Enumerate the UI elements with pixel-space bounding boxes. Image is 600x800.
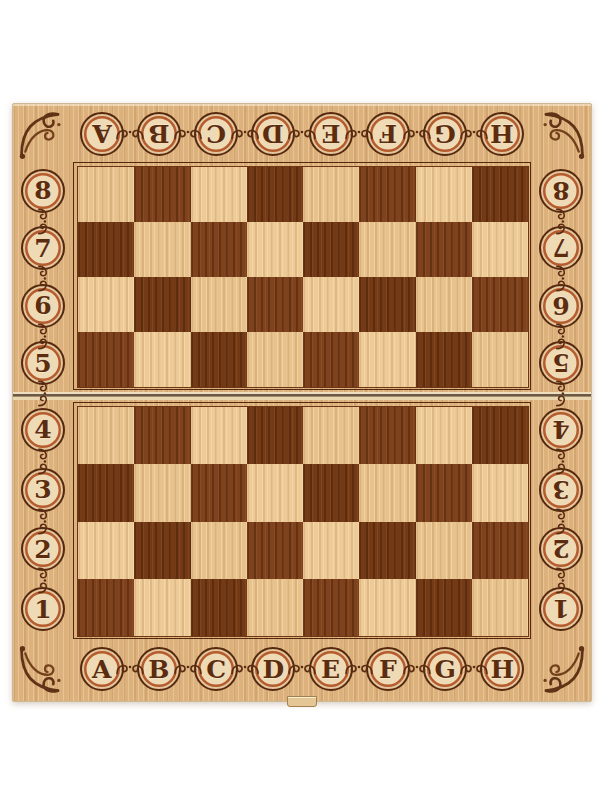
square-c2	[191, 522, 247, 579]
square-f8	[359, 167, 415, 222]
rank-labels-right-top: 8765	[531, 162, 591, 392]
square-d4	[247, 407, 303, 464]
square-e7	[303, 222, 359, 277]
rank-label-right-8-cell: 8	[531, 162, 591, 220]
square-g7	[416, 222, 472, 277]
rank-label-left-4-cell: 4	[13, 400, 73, 460]
squares-grid-bottom	[77, 406, 529, 637]
corner-flourish-icon	[14, 644, 72, 700]
file-labels-top: ABCDEFGH	[73, 107, 531, 161]
square-d8	[247, 167, 303, 222]
square-a7	[78, 222, 134, 277]
square-c7	[191, 222, 247, 277]
square-b1	[134, 579, 190, 636]
scroll-flourish-icon	[402, 660, 432, 678]
square-g6	[416, 277, 472, 332]
board-top-half: ABCDEFGH 8765 8765	[13, 104, 591, 392]
scroll-flourish-icon	[553, 207, 570, 235]
squares-grid-top	[77, 166, 529, 388]
scroll-flourish-icon	[344, 125, 374, 143]
square-a3	[78, 464, 134, 521]
rank-labels-left-bottom: 4321	[13, 400, 73, 639]
square-h5	[472, 332, 528, 387]
scroll-flourish-icon	[35, 322, 52, 350]
square-b8	[134, 167, 190, 222]
scroll-flourish-icon	[553, 265, 570, 293]
square-e3	[303, 464, 359, 521]
square-h3	[472, 464, 528, 521]
square-g5	[416, 332, 472, 387]
scroll-flourish-icon	[459, 125, 489, 143]
square-a4	[78, 407, 134, 464]
square-e6	[303, 277, 359, 332]
square-e4	[303, 407, 359, 464]
square-h7	[472, 222, 528, 277]
square-b7	[134, 222, 190, 277]
product-photo-stage: ABCDEFGH 8765 8765 ABCDEFGH 4321 4321	[0, 0, 600, 800]
board-bottom-half: ABCDEFGH 4321 4321	[13, 400, 591, 701]
folding-chess-board: ABCDEFGH 8765 8765 ABCDEFGH 4321 4321	[12, 103, 592, 702]
scroll-flourish-icon	[459, 660, 489, 678]
rank-label-left-8: 8	[21, 169, 65, 213]
square-a1	[78, 579, 134, 636]
square-c6	[191, 277, 247, 332]
scroll-flourish-icon	[553, 380, 570, 408]
rank-label-right-8: 8	[539, 169, 583, 213]
scroll-flourish-icon	[402, 125, 432, 143]
square-h2	[472, 522, 528, 579]
square-b6	[134, 277, 190, 332]
square-b5	[134, 332, 190, 387]
square-f2	[359, 522, 415, 579]
square-g3	[416, 464, 472, 521]
scroll-flourish-icon	[553, 567, 570, 595]
scroll-flourish-icon	[115, 125, 145, 143]
square-d7	[247, 222, 303, 277]
rank-label-left-8-cell: 8	[13, 162, 73, 220]
scroll-flourish-icon	[287, 660, 317, 678]
square-e1	[303, 579, 359, 636]
square-f4	[359, 407, 415, 464]
square-e5	[303, 332, 359, 387]
corner-flourish-icon	[532, 644, 590, 700]
square-d3	[247, 464, 303, 521]
square-g4	[416, 407, 472, 464]
scroll-flourish-icon	[230, 660, 260, 678]
square-f5	[359, 332, 415, 387]
square-f6	[359, 277, 415, 332]
file-label-top-a-cell: A	[73, 107, 130, 161]
square-d2	[247, 522, 303, 579]
scroll-flourish-icon	[173, 660, 203, 678]
square-f1	[359, 579, 415, 636]
square-a8	[78, 167, 134, 222]
square-d5	[247, 332, 303, 387]
square-f3	[359, 464, 415, 521]
square-g8	[416, 167, 472, 222]
scroll-flourish-icon	[553, 507, 570, 535]
scroll-flourish-icon	[344, 660, 374, 678]
square-h6	[472, 277, 528, 332]
square-b2	[134, 522, 190, 579]
scroll-flourish-icon	[35, 507, 52, 535]
scroll-flourish-icon	[35, 567, 52, 595]
scroll-flourish-icon	[287, 125, 317, 143]
square-f7	[359, 222, 415, 277]
play-area-top	[73, 162, 531, 390]
scroll-flourish-icon	[553, 322, 570, 350]
clasp-latch	[287, 696, 317, 707]
square-h1	[472, 579, 528, 636]
fold-seam	[13, 392, 591, 400]
scroll-flourish-icon	[35, 380, 52, 408]
square-a5	[78, 332, 134, 387]
square-c8	[191, 167, 247, 222]
scroll-flourish-icon	[230, 125, 260, 143]
scroll-flourish-icon	[35, 207, 52, 235]
square-c1	[191, 579, 247, 636]
rank-label-left-4: 4	[21, 408, 65, 452]
rank-label-right-4-cell: 4	[531, 400, 591, 460]
square-d6	[247, 277, 303, 332]
square-c3	[191, 464, 247, 521]
file-labels-bottom: ABCDEFGH	[73, 641, 531, 697]
square-c5	[191, 332, 247, 387]
square-e8	[303, 167, 359, 222]
square-h8	[472, 167, 528, 222]
scroll-flourish-icon	[35, 447, 52, 475]
square-c4	[191, 407, 247, 464]
corner-flourish-icon	[14, 105, 72, 161]
scroll-flourish-icon	[35, 265, 52, 293]
square-g1	[416, 579, 472, 636]
rank-labels-left-top: 8765	[13, 162, 73, 392]
square-h4	[472, 407, 528, 464]
file-label-bottom-a-cell: A	[73, 641, 130, 697]
rank-label-right-4: 4	[539, 408, 583, 452]
scroll-flourish-icon	[115, 660, 145, 678]
square-d1	[247, 579, 303, 636]
square-g2	[416, 522, 472, 579]
play-area-bottom	[73, 402, 531, 639]
square-a2	[78, 522, 134, 579]
square-e2	[303, 522, 359, 579]
square-b3	[134, 464, 190, 521]
scroll-flourish-icon	[553, 447, 570, 475]
square-b4	[134, 407, 190, 464]
square-a6	[78, 277, 134, 332]
rank-labels-right-bottom: 4321	[531, 400, 591, 639]
corner-flourish-icon	[532, 105, 590, 161]
scroll-flourish-icon	[173, 125, 203, 143]
